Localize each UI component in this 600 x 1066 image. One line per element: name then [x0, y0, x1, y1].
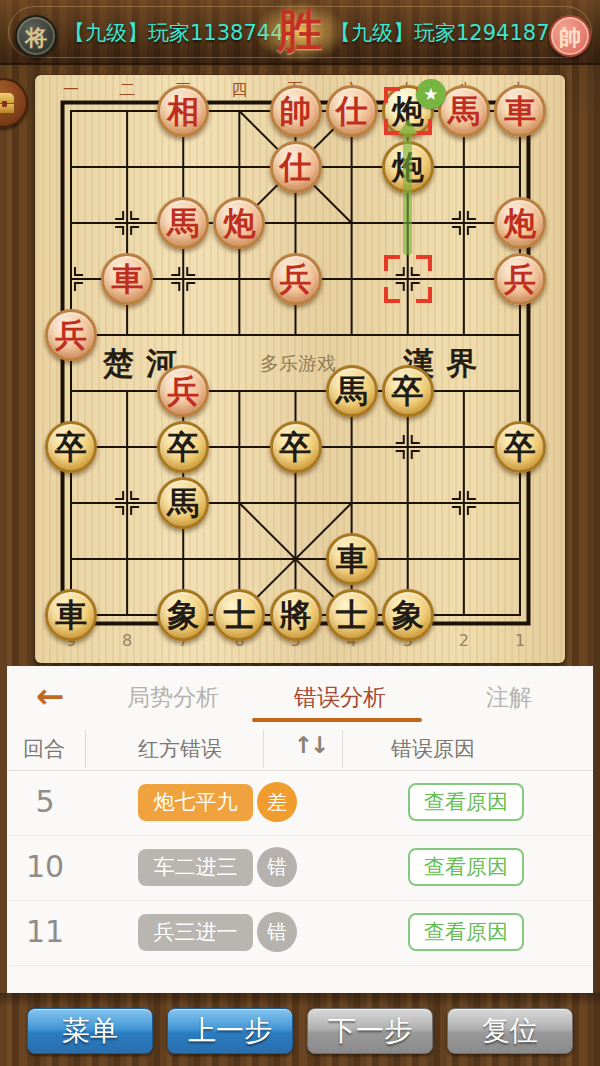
- round-number: 5: [15, 784, 75, 819]
- piece-red[interactable]: 兵: [45, 309, 97, 361]
- piece-black[interactable]: 將: [270, 589, 322, 641]
- piece-red[interactable]: 相: [157, 85, 209, 137]
- view-reason-button[interactable]: 查看原因: [408, 783, 524, 821]
- back-arrow-icon[interactable]: ←: [25, 676, 75, 716]
- piece-red[interactable]: 兵: [270, 253, 322, 305]
- column-label-bottom: 2: [449, 631, 479, 650]
- piece-black[interactable]: 車: [326, 533, 378, 585]
- view-reason-button[interactable]: 查看原因: [408, 913, 524, 951]
- round-number: 10: [15, 849, 75, 884]
- round-number: 11: [15, 914, 75, 949]
- view-reason-button[interactable]: 查看原因: [408, 848, 524, 886]
- column-label-bottom: 1: [505, 631, 535, 650]
- move-pill: 炮七平九: [138, 784, 253, 821]
- col-red-mistake: 红方错误: [138, 735, 222, 763]
- header-separator: [342, 730, 343, 768]
- table-row: 10 车二进三 错 查看原因: [7, 835, 593, 901]
- piece-black[interactable]: 卒: [270, 421, 322, 473]
- active-tab-underline: [252, 718, 422, 722]
- prev-step-button[interactable]: 上一步: [167, 1008, 293, 1054]
- piece-red[interactable]: 車: [101, 253, 153, 305]
- piece-black[interactable]: 士: [326, 589, 378, 641]
- header-separator: [263, 730, 264, 768]
- piece-red[interactable]: 炮: [494, 197, 546, 249]
- piece-black[interactable]: 象: [382, 589, 434, 641]
- piece-red[interactable]: 仕: [326, 85, 378, 137]
- piece-red[interactable]: 炮: [213, 197, 265, 249]
- col-round: 回合: [23, 735, 65, 763]
- control-bar: 菜单 上一步 下一步 复位: [0, 993, 600, 1066]
- piece-red[interactable]: 仕: [270, 141, 322, 193]
- piece-black[interactable]: 卒: [157, 421, 209, 473]
- piece-black[interactable]: 卒: [45, 421, 97, 473]
- tab-annotation[interactable]: 注解: [486, 682, 532, 713]
- analysis-panel: ← 局势分析 错误分析 注解 回合 红方错误 错误原因 ↑↓ 5 炮七平九 差 …: [7, 666, 593, 993]
- menu-button[interactable]: 菜单: [27, 1008, 153, 1054]
- col-reason: 错误原因: [391, 735, 475, 763]
- last-move-star-icon: ★: [416, 79, 446, 109]
- move-pill: 兵三进一: [138, 914, 253, 951]
- tab-situation-analysis[interactable]: 局势分析: [127, 682, 219, 713]
- piece-red[interactable]: 馬: [157, 197, 209, 249]
- piece-red[interactable]: 兵: [494, 253, 546, 305]
- column-label-top: 二: [112, 80, 142, 101]
- table-row: 11 兵三进一 错 查看原因: [7, 900, 593, 966]
- next-step-button[interactable]: 下一步: [307, 1008, 433, 1054]
- piece-red[interactable]: 帥: [270, 85, 322, 137]
- move-line: [403, 133, 412, 255]
- piece-black[interactable]: 士: [213, 589, 265, 641]
- column-label-bottom: 8: [112, 631, 142, 650]
- column-label-top: 一: [56, 80, 86, 101]
- severity-badge: 差: [257, 782, 297, 822]
- severity-badge: 错: [257, 847, 297, 887]
- last-move-bracket: [384, 255, 432, 303]
- severity-badge: 错: [257, 912, 297, 952]
- sort-icon[interactable]: ↑↓: [290, 732, 330, 758]
- piece-red[interactable]: 兵: [157, 365, 209, 417]
- app-watermark: 多乐游戏: [260, 351, 336, 377]
- column-label-top: 四: [224, 80, 254, 101]
- piece-red[interactable]: 車: [494, 85, 546, 137]
- header-bar: 将 【九级】玩家1138744.. 胜 【九级】玩家1294187.. 帥: [0, 0, 600, 65]
- move-arrow-head: [398, 119, 418, 134]
- move-pill: 车二进三: [138, 849, 253, 886]
- reset-button[interactable]: 复位: [447, 1008, 573, 1054]
- piece-black[interactable]: 卒: [494, 421, 546, 473]
- piece-black[interactable]: 馬: [157, 477, 209, 529]
- piece-black[interactable]: 車: [45, 589, 97, 641]
- table-row: 5 炮七平九 差 查看原因: [7, 770, 593, 836]
- black-side-badge: 将: [15, 15, 57, 57]
- piece-black[interactable]: 象: [157, 589, 209, 641]
- right-player-name: 【九级】玩家1294187..: [330, 19, 563, 47]
- header-separator: [85, 730, 86, 768]
- board-panel[interactable]: 一二三四五六七八九987654321楚河漢界多乐游戏相帥仕炮馬車仕炮馬炮炮車兵兵…: [35, 75, 565, 663]
- piece-black[interactable]: 卒: [382, 365, 434, 417]
- tab-mistake-analysis[interactable]: 错误分析: [294, 682, 386, 713]
- piece-black[interactable]: 馬: [326, 365, 378, 417]
- red-side-badge: 帥: [549, 15, 591, 57]
- treasure-chest-icon[interactable]: [0, 78, 28, 128]
